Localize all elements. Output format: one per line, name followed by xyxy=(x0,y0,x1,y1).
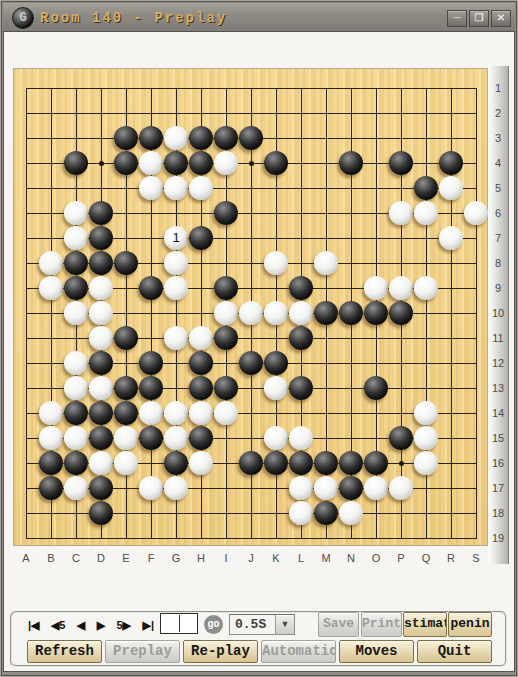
stone-black-E4 xyxy=(114,151,138,175)
stone-white-G7: 1 xyxy=(164,226,188,250)
col-label-P: P xyxy=(391,552,411,565)
stone-black-E14 xyxy=(114,401,138,425)
row-label-8: 8 xyxy=(488,257,508,270)
stone-white-R5 xyxy=(439,176,463,200)
stone-white-G5 xyxy=(164,176,188,200)
stone-black-N10 xyxy=(339,301,363,325)
stone-black-N4 xyxy=(339,151,363,175)
col-label-C: C xyxy=(66,552,86,565)
refresh-button[interactable]: Refresh xyxy=(27,640,102,663)
stone-black-D8 xyxy=(89,251,113,275)
stone-black-H15 xyxy=(189,426,213,450)
stone-black-D12 xyxy=(89,351,113,375)
stone-black-I3 xyxy=(214,126,238,150)
stone-white-I4 xyxy=(214,151,238,175)
stone-black-M10 xyxy=(314,301,338,325)
move-number-label: 1 xyxy=(164,226,188,250)
stone-black-D18 xyxy=(89,501,113,525)
stone-white-Q9 xyxy=(414,276,438,300)
stone-white-K13 xyxy=(264,376,288,400)
delay-value: 0.5S xyxy=(230,615,275,634)
stone-white-B15 xyxy=(39,426,63,450)
stone-white-D9 xyxy=(89,276,113,300)
stone-black-F13 xyxy=(139,376,163,400)
stone-white-R7 xyxy=(439,226,463,250)
playback-controls: |◀◀5◀▶5▶▶| xyxy=(28,618,154,632)
print-button[interactable]: Print xyxy=(361,612,402,637)
col-label-I: I xyxy=(216,552,236,565)
stone-white-C15 xyxy=(64,426,88,450)
app-window: G Room 140 - Preplay ─ ❐ ✕ |◀◀5◀▶5▶▶| go… xyxy=(0,0,518,677)
row-label-4: 4 xyxy=(488,157,508,170)
stone-black-D14 xyxy=(89,401,113,425)
stone-white-C13 xyxy=(64,376,88,400)
nav-first-button[interactable]: |◀ xyxy=(28,618,40,632)
nav-forward-button[interactable]: ▶ xyxy=(97,618,105,632)
row-label-1: 1 xyxy=(488,82,508,95)
row-label-14: 14 xyxy=(488,407,508,420)
stone-white-M8 xyxy=(314,251,338,275)
replay-button[interactable]: Re-play xyxy=(183,640,258,663)
col-label-G: G xyxy=(166,552,186,565)
stone-black-G4 xyxy=(164,151,188,175)
nav-last-button[interactable]: ▶| xyxy=(142,618,154,632)
stone-black-J12 xyxy=(239,351,263,375)
stone-white-L18 xyxy=(289,501,313,525)
row-label-19: 19 xyxy=(488,532,508,545)
nav-back5-button[interactable]: ◀5 xyxy=(51,618,66,632)
stone-white-C17 xyxy=(64,476,88,500)
stone-black-R4 xyxy=(439,151,463,175)
stone-black-C16 xyxy=(64,451,88,475)
stone-black-K16 xyxy=(264,451,288,475)
stone-white-S6 xyxy=(464,201,488,225)
stone-white-F14 xyxy=(139,401,163,425)
stone-black-N16 xyxy=(339,451,363,475)
stone-white-D13 xyxy=(89,376,113,400)
stone-black-I6 xyxy=(214,201,238,225)
stone-white-E16 xyxy=(114,451,138,475)
save-button[interactable]: Save xyxy=(318,612,359,637)
opening-button[interactable]: penin xyxy=(448,612,492,637)
col-label-K: K xyxy=(266,552,286,565)
chevron-down-icon[interactable]: ▼ xyxy=(275,615,294,634)
stone-black-L16 xyxy=(289,451,313,475)
star-point xyxy=(399,461,404,466)
col-label-H: H xyxy=(191,552,211,565)
row-label-16: 16 xyxy=(488,457,508,470)
stone-white-I14 xyxy=(214,401,238,425)
stone-black-I9 xyxy=(214,276,238,300)
stone-white-Q15 xyxy=(414,426,438,450)
stone-white-D10 xyxy=(89,301,113,325)
delay-dropdown[interactable]: 0.5S ▼ xyxy=(229,614,295,635)
stone-white-E15 xyxy=(114,426,138,450)
stone-black-I13 xyxy=(214,376,238,400)
stone-black-O10 xyxy=(364,301,388,325)
stone-black-L13 xyxy=(289,376,313,400)
stone-white-B8 xyxy=(39,251,63,275)
row-label-12: 12 xyxy=(488,357,508,370)
stone-black-E8 xyxy=(114,251,138,275)
stone-white-P9 xyxy=(389,276,413,300)
stone-white-B14 xyxy=(39,401,63,425)
stone-black-K12 xyxy=(264,351,288,375)
stone-white-D11 xyxy=(89,326,113,350)
row-label-9: 9 xyxy=(488,282,508,295)
move-number-input[interactable] xyxy=(160,613,198,634)
stone-white-C12 xyxy=(64,351,88,375)
stone-white-O9 xyxy=(364,276,388,300)
row-label-2: 2 xyxy=(488,107,508,120)
row-label-7: 7 xyxy=(488,232,508,245)
stone-white-G11 xyxy=(164,326,188,350)
window-controls: ─ ❐ ✕ xyxy=(447,10,511,27)
col-label-D: D xyxy=(91,552,111,565)
col-label-B: B xyxy=(41,552,61,565)
col-label-M: M xyxy=(316,552,336,565)
stone-black-C4 xyxy=(64,151,88,175)
automatic-button[interactable]: Automatic xyxy=(261,640,336,663)
stone-black-I11 xyxy=(214,326,238,350)
stone-black-K4 xyxy=(264,151,288,175)
stone-white-F17 xyxy=(139,476,163,500)
stone-white-L17 xyxy=(289,476,313,500)
stone-white-F4 xyxy=(139,151,163,175)
col-label-Q: Q xyxy=(416,552,436,565)
stone-black-E13 xyxy=(114,376,138,400)
stone-black-O16 xyxy=(364,451,388,475)
stone-black-D17 xyxy=(89,476,113,500)
row-label-6: 6 xyxy=(488,207,508,220)
stone-black-B17 xyxy=(39,476,63,500)
stone-white-C6 xyxy=(64,201,88,225)
stone-black-L9 xyxy=(289,276,313,300)
col-label-J: J xyxy=(241,552,261,565)
stone-black-F12 xyxy=(139,351,163,375)
stone-black-Q5 xyxy=(414,176,438,200)
stone-black-G16 xyxy=(164,451,188,475)
app-icon: G xyxy=(12,7,34,29)
stone-white-M17 xyxy=(314,476,338,500)
stone-black-D7 xyxy=(89,226,113,250)
stone-black-P15 xyxy=(389,426,413,450)
stone-white-B9 xyxy=(39,276,63,300)
nav-forward5-button[interactable]: 5▶ xyxy=(117,618,132,632)
stone-white-C10 xyxy=(64,301,88,325)
stone-black-C8 xyxy=(64,251,88,275)
star-point xyxy=(99,161,104,166)
maximize-button[interactable]: ❐ xyxy=(469,10,489,27)
close-button[interactable]: ✕ xyxy=(491,10,511,27)
stone-black-E11 xyxy=(114,326,138,350)
text-caret xyxy=(179,615,180,632)
stone-black-C14 xyxy=(64,401,88,425)
nav-back-button[interactable]: ◀ xyxy=(77,618,85,632)
stone-white-H5 xyxy=(189,176,213,200)
estimate-button[interactable]: stimat xyxy=(403,612,447,637)
stone-white-N18 xyxy=(339,501,363,525)
stone-black-N17 xyxy=(339,476,363,500)
stone-black-O13 xyxy=(364,376,388,400)
quit-button[interactable]: Quit xyxy=(417,640,492,663)
stone-white-G14 xyxy=(164,401,188,425)
stone-black-L11 xyxy=(289,326,313,350)
stone-black-H7 xyxy=(189,226,213,250)
stone-black-J16 xyxy=(239,451,263,475)
col-label-R: R xyxy=(441,552,461,565)
stone-black-F9 xyxy=(139,276,163,300)
row-label-11: 11 xyxy=(488,332,508,345)
title-bar[interactable]: G Room 140 - Preplay ─ ❐ ✕ xyxy=(3,3,515,31)
stone-white-K10 xyxy=(264,301,288,325)
stone-black-B16 xyxy=(39,451,63,475)
stone-white-J10 xyxy=(239,301,263,325)
row-label-15: 15 xyxy=(488,432,508,445)
stone-black-M16 xyxy=(314,451,338,475)
col-label-A: A xyxy=(16,552,36,565)
col-label-N: N xyxy=(341,552,361,565)
stone-white-P17 xyxy=(389,476,413,500)
col-label-S: S xyxy=(466,552,486,565)
stone-white-F5 xyxy=(139,176,163,200)
stone-white-D16 xyxy=(89,451,113,475)
stone-white-K15 xyxy=(264,426,288,450)
stone-black-F15 xyxy=(139,426,163,450)
col-label-L: L xyxy=(291,552,311,565)
stone-white-G8 xyxy=(164,251,188,275)
stone-white-L10 xyxy=(289,301,313,325)
stone-white-L15 xyxy=(289,426,313,450)
row-label-3: 3 xyxy=(488,132,508,145)
row-label-5: 5 xyxy=(488,182,508,195)
stone-white-G15 xyxy=(164,426,188,450)
col-label-O: O xyxy=(366,552,386,565)
stone-black-M18 xyxy=(314,501,338,525)
stone-white-Q6 xyxy=(414,201,438,225)
col-label-E: E xyxy=(116,552,136,565)
stone-white-H14 xyxy=(189,401,213,425)
stone-white-H16 xyxy=(189,451,213,475)
stone-black-J3 xyxy=(239,126,263,150)
stone-white-Q16 xyxy=(414,451,438,475)
stone-white-C7 xyxy=(64,226,88,250)
go-button[interactable]: go xyxy=(204,615,223,634)
stone-white-G17 xyxy=(164,476,188,500)
stone-white-G3 xyxy=(164,126,188,150)
stone-white-H11 xyxy=(189,326,213,350)
col-label-F: F xyxy=(141,552,161,565)
stone-white-P6 xyxy=(389,201,413,225)
stone-white-K8 xyxy=(264,251,288,275)
row-label-10: 10 xyxy=(488,307,508,320)
stone-white-I10 xyxy=(214,301,238,325)
moves-button[interactable]: Moves xyxy=(339,640,414,663)
stone-white-G9 xyxy=(164,276,188,300)
stone-black-E3 xyxy=(114,126,138,150)
stone-black-P10 xyxy=(389,301,413,325)
stone-black-D15 xyxy=(89,426,113,450)
stone-black-H12 xyxy=(189,351,213,375)
minimize-button[interactable]: ─ xyxy=(447,10,467,27)
stone-white-Q14 xyxy=(414,401,438,425)
stone-black-C9 xyxy=(64,276,88,300)
window-title: Room 140 - Preplay xyxy=(40,10,227,26)
row-label-18: 18 xyxy=(488,507,508,520)
row-label-17: 17 xyxy=(488,482,508,495)
stone-black-H13 xyxy=(189,376,213,400)
stone-black-D6 xyxy=(89,201,113,225)
stone-black-H3 xyxy=(189,126,213,150)
stone-white-O17 xyxy=(364,476,388,500)
preplay-button[interactable]: Preplay xyxy=(105,640,180,663)
stone-black-F3 xyxy=(139,126,163,150)
row-label-13: 13 xyxy=(488,382,508,395)
stone-black-P4 xyxy=(389,151,413,175)
star-point xyxy=(249,161,254,166)
stone-black-H4 xyxy=(189,151,213,175)
